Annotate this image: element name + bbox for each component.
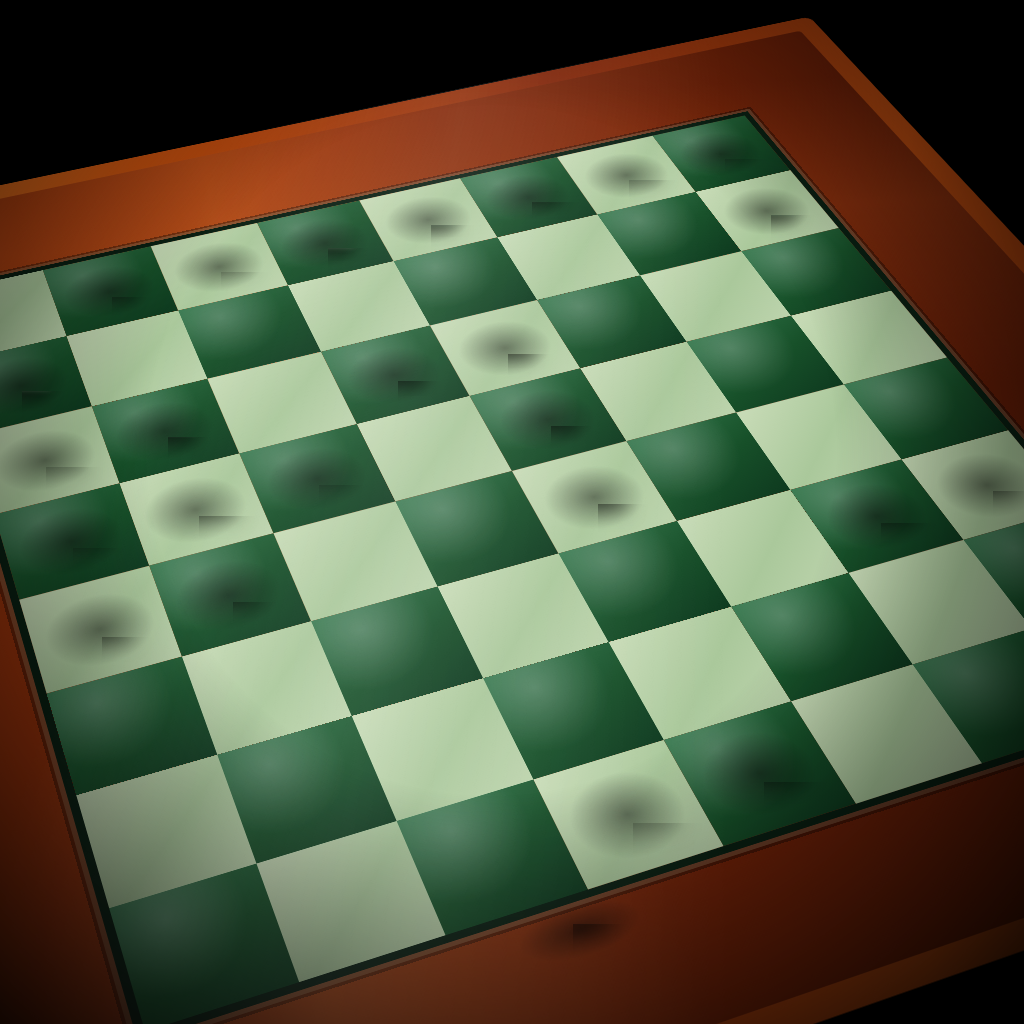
piece-green-pawn-h7: ♟ [733,144,808,223]
piece-green-pawn-d8: ♟ [289,175,365,256]
piece-green-pawn-on-frame: ♟ [522,826,625,935]
piece-green-bishop-h3: ♝ [935,380,1024,501]
piece-green-bishop-b4: ♝ [172,484,293,612]
piece-white-bishop-a4: ♝ [41,517,164,647]
piece-white-knight-e1: ♞ [692,640,836,792]
piece-green-pawn-e8: ♟ [393,153,468,233]
piece-white-pawn-e4: ♟ [554,420,642,513]
piece-green-knight-f8: ♞ [478,97,585,210]
piece-green-knight-g3: ♞ [818,397,945,532]
piece-green-rook-g8: ♜ [578,78,681,187]
board-assembly: ♝♛♟♟♞♜♚♟♟♜♟♟♟♚♞♛♟♝♝♟♞♝♜♞ ♟ [0,17,1024,1024]
scene: ♝♛♟♟♞♜♚♟♟♜♟♟♟♚♞♛♟♝♝♟♞♝♜♞ ♟ [0,0,1024,1024]
piece-green-queen-c8: ♛ [158,147,284,280]
piece-green-bishop-b8: ♝ [60,196,163,305]
